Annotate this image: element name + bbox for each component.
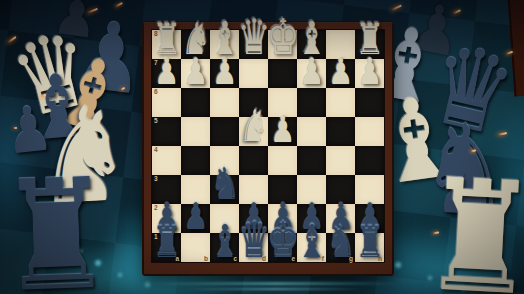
square-f4[interactable]	[297, 146, 326, 175]
square-g7[interactable]: ♟	[326, 59, 355, 88]
rank-label-4: 4	[154, 146, 158, 153]
file-label-g: g	[349, 255, 353, 262]
square-a1[interactable]: 1a♜	[152, 233, 181, 262]
chess-board[interactable]: 8♜♞♝♛♚♝♜7♟♟♟♟♟♟65♞♟43♞2♟♟♟♟♟♟♟1a♜bc♝d♛e♚…	[152, 30, 384, 262]
square-e4[interactable]	[268, 146, 297, 175]
piece-white-knight-d5: ♞	[239, 104, 269, 148]
rank-label-8: 8	[154, 30, 158, 37]
piece-white-pawn-g7: ♟	[328, 53, 353, 90]
file-label-c: c	[233, 255, 237, 262]
square-a5[interactable]: 5	[152, 117, 181, 146]
chess-app-screen: ♟♟♝♛♝♟♞♜♟♝♛♝♞♜ 8♜♞♝♛♚♝♜7♟♟♟♟♟♟65♞♟43♞2♟♟…	[0, 0, 524, 294]
piece-white-pawn-e5: ♟	[270, 111, 295, 148]
file-label-f: f	[322, 255, 324, 262]
chess-board-frame: 8♜♞♝♛♚♝♜7♟♟♟♟♟♟65♞♟43♞2♟♟♟♟♟♟♟1a♜bc♝d♛e♚…	[142, 21, 394, 276]
light-streak-1	[150, 282, 400, 285]
square-c5[interactable]	[210, 117, 239, 146]
rank-label-3: 3	[154, 175, 158, 182]
square-c6[interactable]	[210, 88, 239, 117]
square-c1[interactable]: c♝	[210, 233, 239, 262]
square-d5[interactable]: ♞	[239, 117, 268, 146]
square-e5[interactable]: ♟	[268, 117, 297, 146]
bokeh-dot	[78, 249, 82, 253]
square-d1[interactable]: d♛	[239, 233, 268, 262]
square-b7[interactable]: ♟	[181, 59, 210, 88]
bokeh-dot	[95, 260, 101, 266]
piece-black-pawn-b2: ♟	[183, 198, 208, 235]
piece-white-pawn-b7: ♟	[183, 53, 208, 90]
square-e1[interactable]: e♚	[268, 233, 297, 262]
file-label-a: a	[175, 255, 179, 262]
square-d8[interactable]: ♛	[239, 30, 268, 59]
square-h1[interactable]: h♜	[355, 233, 384, 262]
square-c3[interactable]: ♞	[210, 175, 239, 204]
square-a4[interactable]: 4	[152, 146, 181, 175]
square-h6[interactable]	[355, 88, 384, 117]
square-e8[interactable]: ♚	[268, 30, 297, 59]
square-b2[interactable]: ♟	[181, 204, 210, 233]
square-c7[interactable]: ♟	[210, 59, 239, 88]
square-h7[interactable]: ♟	[355, 59, 384, 88]
square-f7[interactable]: ♟	[297, 59, 326, 88]
square-e7[interactable]	[268, 59, 297, 88]
square-f6[interactable]	[297, 88, 326, 117]
bokeh-dot	[145, 282, 150, 287]
square-h5[interactable]	[355, 117, 384, 146]
piece-black-knight-c3: ♞	[210, 162, 240, 206]
piece-white-queen-d8: ♛	[237, 12, 270, 61]
square-b6[interactable]	[181, 88, 210, 117]
square-f1[interactable]: f♝	[297, 233, 326, 262]
square-g6[interactable]	[326, 88, 355, 117]
square-b5[interactable]	[181, 117, 210, 146]
square-b1[interactable]: b	[181, 233, 210, 262]
spark-2	[13, 127, 17, 129]
square-g5[interactable]	[326, 117, 355, 146]
square-f5[interactable]	[297, 117, 326, 146]
piece-white-pawn-f7: ♟	[299, 53, 324, 90]
square-a6[interactable]: 6	[152, 88, 181, 117]
square-a7[interactable]: 7♟	[152, 59, 181, 88]
square-b4[interactable]	[181, 146, 210, 175]
piece-white-king-e8: ♚	[266, 12, 299, 61]
file-label-e: e	[291, 255, 295, 262]
bokeh-dot	[460, 286, 465, 291]
rank-label-2: 2	[154, 204, 158, 211]
file-label-h: h	[378, 255, 382, 262]
rank-label-5: 5	[154, 117, 158, 124]
piece-white-pawn-c7: ♟	[212, 53, 237, 90]
square-d7[interactable]	[239, 59, 268, 88]
bokeh-dot	[395, 262, 401, 268]
rank-label-1: 1	[154, 233, 158, 240]
light-streak-2	[185, 288, 365, 290]
bokeh-dot	[428, 276, 432, 280]
square-g4[interactable]	[326, 146, 355, 175]
file-label-b: b	[204, 255, 208, 262]
rank-label-6: 6	[154, 88, 158, 95]
square-h4[interactable]	[355, 146, 384, 175]
piece-white-pawn-h7: ♟	[357, 53, 382, 90]
rank-label-7: 7	[154, 59, 158, 66]
square-g1[interactable]: g♞	[326, 233, 355, 262]
file-label-d: d	[262, 255, 266, 262]
bokeh-dot	[118, 273, 122, 277]
square-d4[interactable]	[239, 146, 268, 175]
